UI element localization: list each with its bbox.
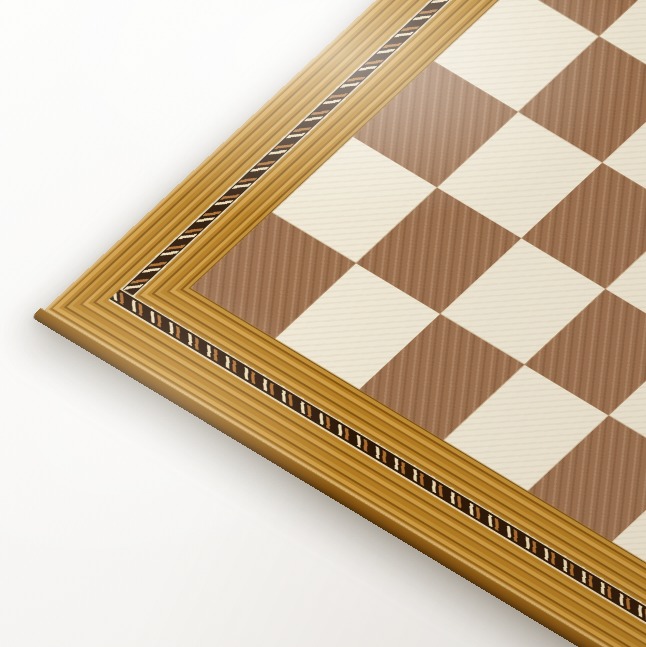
chess-board — [44, 0, 646, 647]
photo-stage — [0, 0, 646, 647]
